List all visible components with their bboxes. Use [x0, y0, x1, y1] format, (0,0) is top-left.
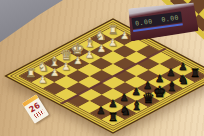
chair	[0, 0, 70, 46]
photo-scene: 0.00 0.00 ♜♟♟♜♞♟♟♞♝♟♟♝♚♟♟♚♛♟♟♛♝♟♟♝♞♟♟♞♜♟…	[0, 0, 204, 136]
table-number-card: 26	[22, 94, 49, 123]
chess-clock: 0.00 0.00	[125, 0, 199, 42]
